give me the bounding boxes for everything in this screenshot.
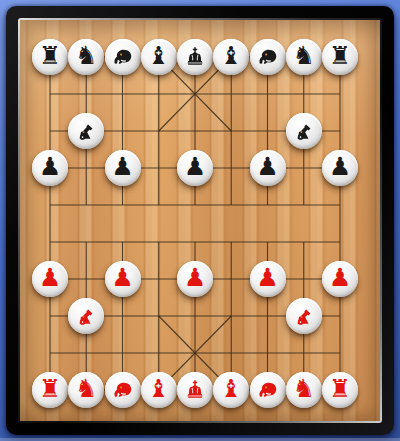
crown-icon: [184, 379, 206, 401]
piece-red-chariot-rook[interactable]: ♜: [322, 372, 358, 408]
soldier-pawn-icon: ♟: [32, 260, 68, 296]
piece-red-soldier-pawn[interactable]: ♟: [105, 261, 141, 297]
piece-black-soldier-pawn[interactable]: ♟: [322, 150, 358, 186]
piece-black-soldier-pawn[interactable]: ♟: [32, 150, 68, 186]
cannon-icon: [293, 305, 315, 327]
piece-black-horse-knight[interactable]: ♞: [286, 39, 322, 75]
piece-black-cannon[interactable]: [286, 113, 322, 149]
piece-red-soldier-pawn[interactable]: ♟: [177, 261, 213, 297]
chariot-rook-icon: ♜: [32, 371, 68, 407]
xiangqi-app-window: ♜♞♝♝♞♜♟♟♟♟♟♟♟♟♟♟♜♞♝♝♞♜: [0, 0, 400, 441]
chariot-rook-icon: ♜: [322, 38, 358, 74]
piece-red-elephant[interactable]: [105, 372, 141, 408]
piece-red-cannon[interactable]: [68, 298, 104, 334]
piece-black-soldier-pawn[interactable]: ♟: [177, 150, 213, 186]
soldier-pawn-icon: ♟: [250, 149, 286, 185]
soldier-pawn-icon: ♟: [105, 260, 141, 296]
piece-black-chariot-rook[interactable]: ♜: [32, 39, 68, 75]
advisor-icon: ♝: [141, 38, 177, 74]
piece-black-soldier-pawn[interactable]: ♟: [105, 150, 141, 186]
soldier-pawn-icon: ♟: [322, 149, 358, 185]
elephant-icon: [257, 379, 279, 401]
piece-black-general-king[interactable]: [177, 39, 213, 75]
piece-black-horse-knight[interactable]: ♞: [68, 39, 104, 75]
piece-red-general-king[interactable]: [177, 372, 213, 408]
piece-red-elephant[interactable]: [250, 372, 286, 408]
soldier-pawn-icon: ♟: [322, 260, 358, 296]
chariot-rook-icon: ♜: [322, 371, 358, 407]
pieces-layer: ♜♞♝♝♞♜♟♟♟♟♟♟♟♟♟♟♜♞♝♝♞♜: [20, 20, 380, 421]
piece-black-elephant[interactable]: [105, 39, 141, 75]
elephant-icon: [257, 46, 279, 68]
piece-red-horse-knight[interactable]: ♞: [68, 372, 104, 408]
soldier-pawn-icon: ♟: [105, 149, 141, 185]
cannon-icon: [75, 305, 97, 327]
piece-black-advisor[interactable]: ♝: [141, 39, 177, 75]
piece-black-elephant[interactable]: [250, 39, 286, 75]
soldier-pawn-icon: ♟: [177, 260, 213, 296]
cannon-icon: [75, 120, 97, 142]
horse-knight-icon: ♞: [286, 38, 322, 74]
board-surface[interactable]: ♜♞♝♝♞♜♟♟♟♟♟♟♟♟♟♟♜♞♝♝♞♜: [20, 20, 380, 421]
piece-red-advisor[interactable]: ♝: [213, 372, 249, 408]
board-frame: ♜♞♝♝♞♜♟♟♟♟♟♟♟♟♟♟♜♞♝♝♞♜: [6, 6, 394, 435]
advisor-icon: ♝: [141, 371, 177, 407]
chariot-rook-icon: ♜: [32, 38, 68, 74]
soldier-pawn-icon: ♟: [250, 260, 286, 296]
piece-red-soldier-pawn[interactable]: ♟: [32, 261, 68, 297]
elephant-icon: [112, 379, 134, 401]
piece-red-advisor[interactable]: ♝: [141, 372, 177, 408]
horse-knight-icon: ♞: [68, 38, 104, 74]
piece-red-cannon[interactable]: [286, 298, 322, 334]
piece-black-soldier-pawn[interactable]: ♟: [250, 150, 286, 186]
piece-red-soldier-pawn[interactable]: ♟: [322, 261, 358, 297]
crown-icon: [184, 46, 206, 68]
soldier-pawn-icon: ♟: [32, 149, 68, 185]
horse-knight-icon: ♞: [286, 371, 322, 407]
piece-red-chariot-rook[interactable]: ♜: [32, 372, 68, 408]
soldier-pawn-icon: ♟: [177, 149, 213, 185]
cannon-icon: [293, 120, 315, 142]
elephant-icon: [112, 46, 134, 68]
horse-knight-icon: ♞: [68, 371, 104, 407]
piece-red-horse-knight[interactable]: ♞: [286, 372, 322, 408]
advisor-icon: ♝: [213, 371, 249, 407]
piece-black-advisor[interactable]: ♝: [213, 39, 249, 75]
piece-red-soldier-pawn[interactable]: ♟: [250, 261, 286, 297]
piece-black-cannon[interactable]: [68, 113, 104, 149]
advisor-icon: ♝: [213, 38, 249, 74]
piece-black-chariot-rook[interactable]: ♜: [322, 39, 358, 75]
